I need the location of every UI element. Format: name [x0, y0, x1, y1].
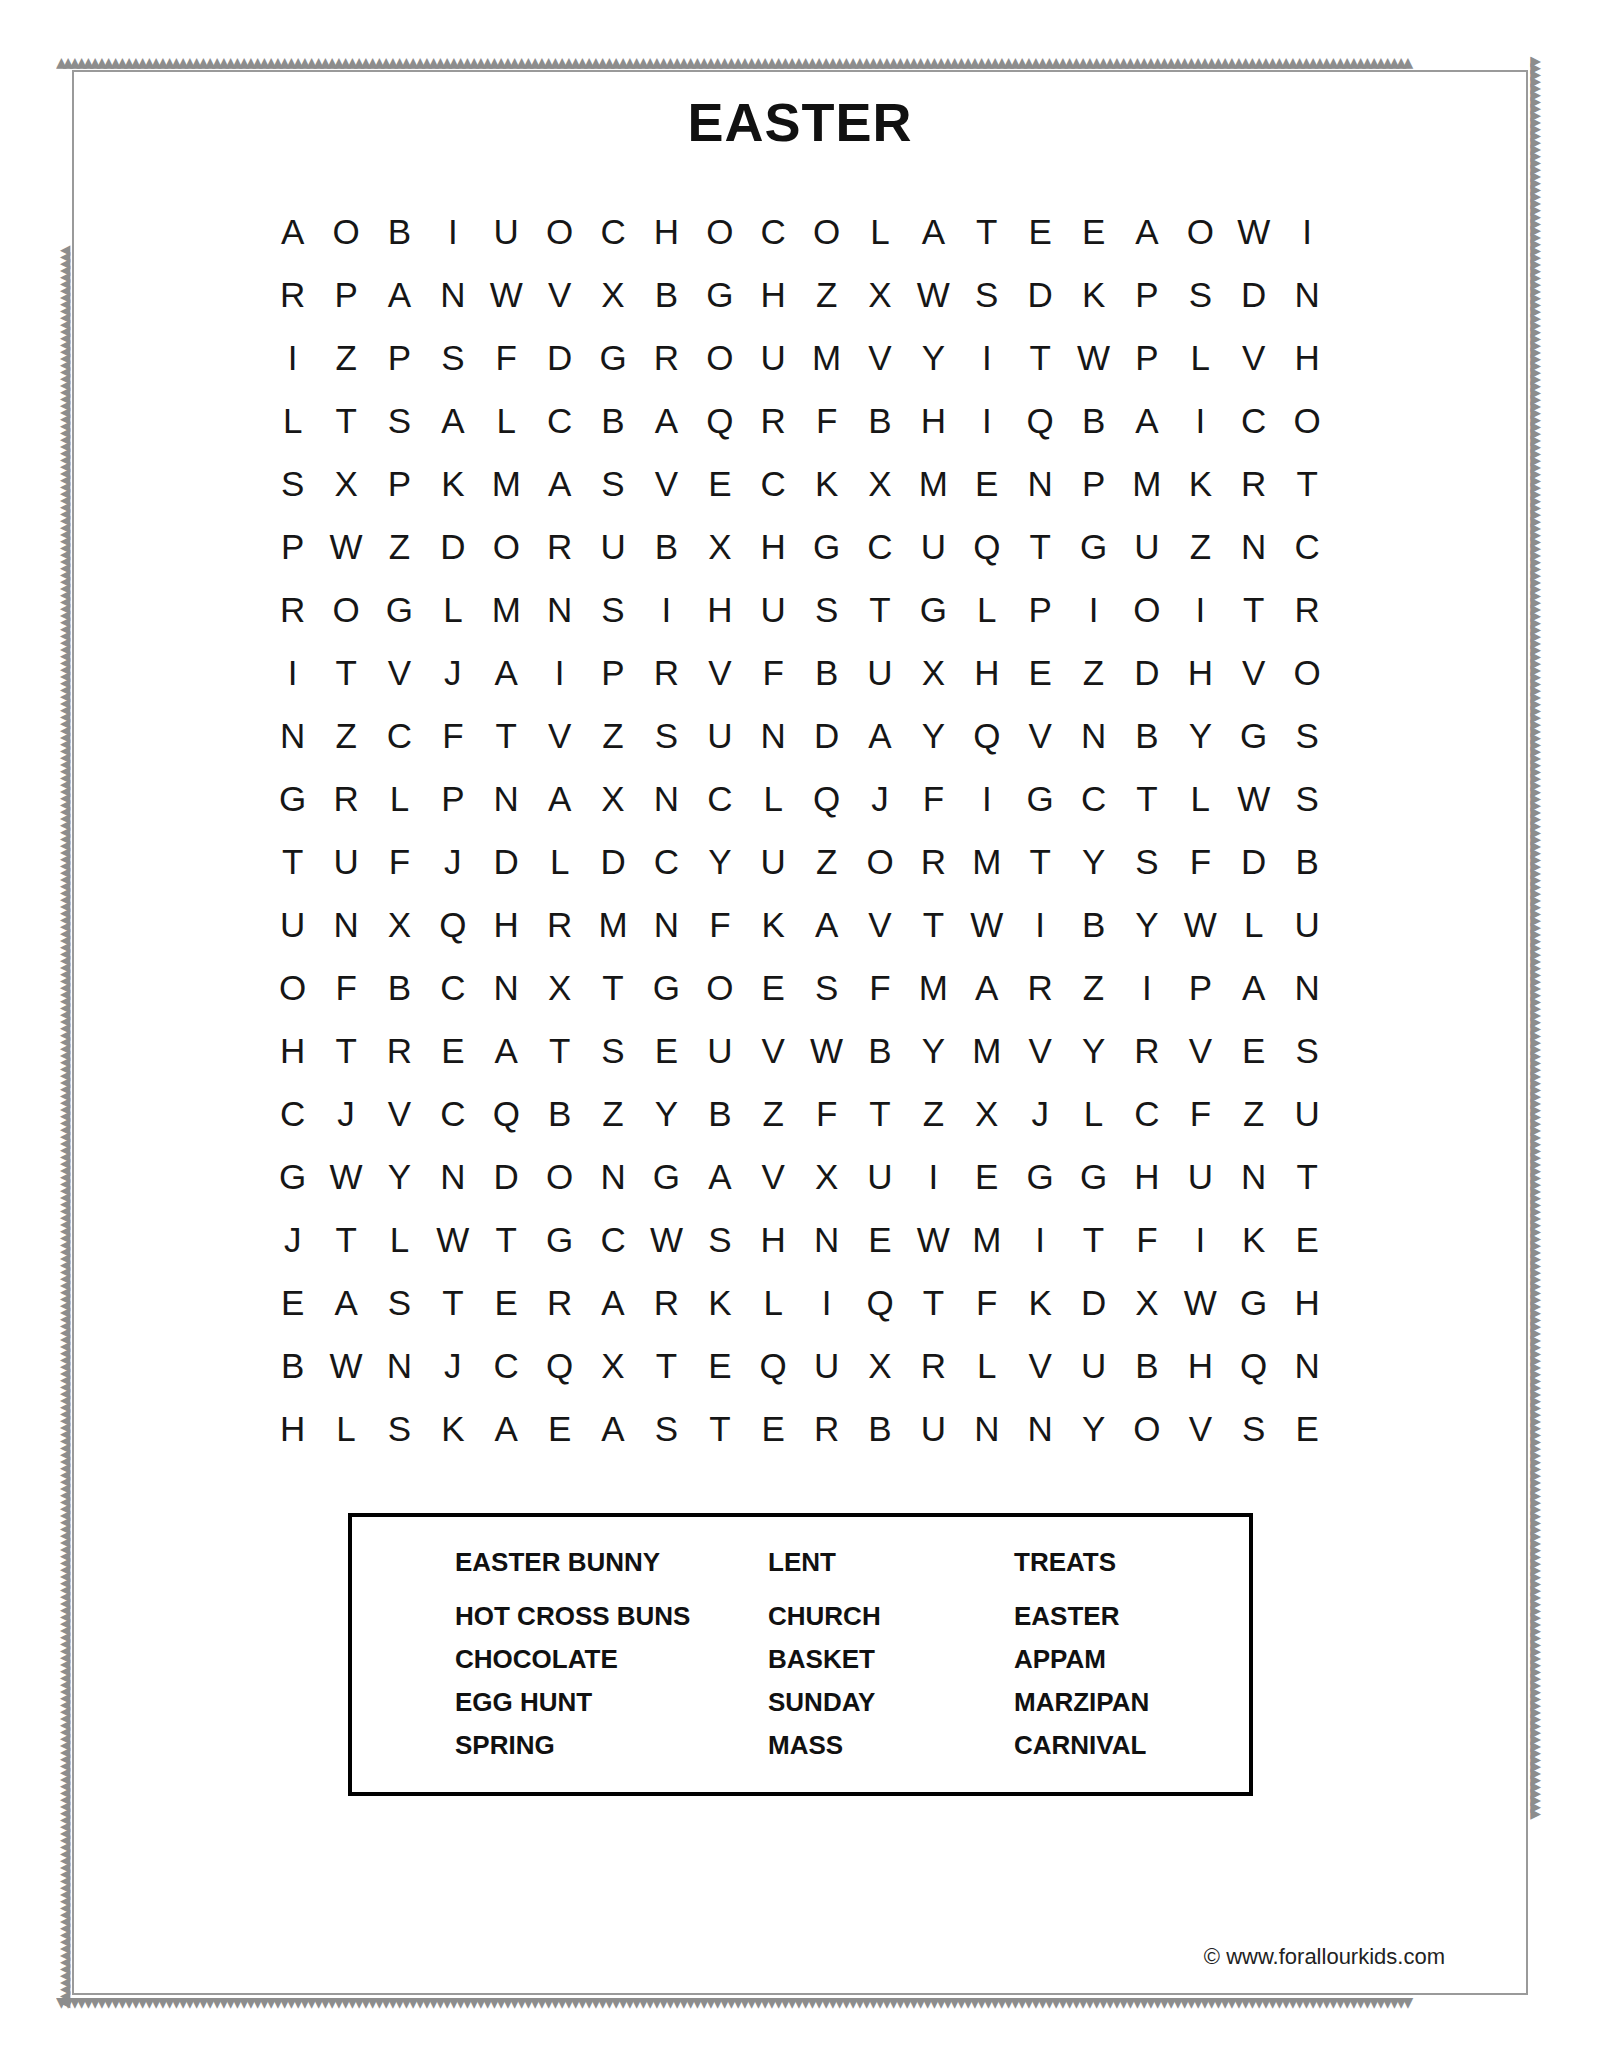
grid-cell: T [586, 956, 639, 1019]
grid-cell: E [1280, 1208, 1333, 1271]
grid-cell: L [747, 1271, 800, 1334]
grid-cell: G [907, 578, 960, 641]
grid-cell: B [853, 1019, 906, 1082]
grid-cell: K [693, 1271, 746, 1334]
grid-cell: Z [907, 1082, 960, 1145]
grid-cell: G [586, 326, 639, 389]
grid-cell: O [480, 515, 533, 578]
grid-cell: F [907, 767, 960, 830]
grid-cell: P [1120, 263, 1173, 326]
grid-cell: H [266, 1397, 319, 1460]
grid-cell: N [319, 893, 372, 956]
grid-cell: R [640, 1271, 693, 1334]
grid-cell: L [1227, 893, 1280, 956]
grid-cell: W [907, 263, 960, 326]
grid-cell: U [266, 893, 319, 956]
grid-cell: O [1280, 389, 1333, 452]
grid-cell: T [640, 1334, 693, 1397]
grid-cell: W [800, 1019, 853, 1082]
grid-cell: Z [373, 515, 426, 578]
grid-cell: C [640, 830, 693, 893]
grid-cell: T [319, 1208, 372, 1271]
grid-cell: P [1174, 956, 1227, 1019]
word-list-column-1: EASTER BUNNYHOT CROSS BUNSCHOCOLATEEGG H… [455, 1541, 690, 1767]
grid-cell: G [1013, 1145, 1066, 1208]
grid-cell: Y [907, 704, 960, 767]
grid-cell: Q [960, 704, 1013, 767]
grid-cell: U [693, 704, 746, 767]
grid-cell: A [480, 641, 533, 704]
grid-cell: J [426, 641, 479, 704]
grid-cell: C [266, 1082, 319, 1145]
grid-cell: U [586, 515, 639, 578]
grid-cell: B [853, 389, 906, 452]
grid-cell: M [907, 452, 960, 515]
grid-cell: C [373, 704, 426, 767]
grid-cell: C [586, 200, 639, 263]
grid-cell: C [693, 767, 746, 830]
grid-cell: Z [319, 326, 372, 389]
grid-cell: U [747, 326, 800, 389]
grid-cell: E [747, 1397, 800, 1460]
grid-cell: T [1280, 452, 1333, 515]
grid-cell: D [586, 830, 639, 893]
word-list-column-2: LENTCHURCHBASKETSUNDAYMASS [768, 1541, 881, 1767]
grid-cell: I [426, 200, 479, 263]
grid-cell: W [1227, 200, 1280, 263]
grid-cell: A [907, 200, 960, 263]
grid-cell: I [1067, 578, 1120, 641]
grid-cell: C [747, 452, 800, 515]
grid-cell: O [533, 1145, 586, 1208]
grid-cell: U [853, 641, 906, 704]
grid-cell: T [319, 641, 372, 704]
grid-cell: T [960, 200, 1013, 263]
grid-cell: A [1227, 956, 1280, 1019]
grid-cell: X [853, 263, 906, 326]
word-item: MARZIPAN [1014, 1681, 1149, 1724]
grid-cell: N [640, 767, 693, 830]
grid-cell: C [1120, 1082, 1173, 1145]
grid-cell: S [800, 956, 853, 1019]
grid-cell: Z [800, 830, 853, 893]
grid-cell: O [533, 200, 586, 263]
grid-cell: X [960, 1082, 1013, 1145]
grid-cell: M [480, 578, 533, 641]
grid-cell: R [640, 326, 693, 389]
grid-cell: Z [586, 1082, 639, 1145]
grid-cell: D [800, 704, 853, 767]
grid-cell: U [800, 1334, 853, 1397]
grid-cell: H [1280, 1271, 1333, 1334]
grid-cell: K [1013, 1271, 1066, 1334]
grid-cell: G [266, 1145, 319, 1208]
grid-cell: B [1280, 830, 1333, 893]
grid-cell: A [586, 1397, 639, 1460]
grid-cell: F [373, 830, 426, 893]
grid-cell: D [480, 830, 533, 893]
grid-cell: D [533, 326, 586, 389]
word-item: BASKET [768, 1638, 881, 1681]
grid-cell: A [640, 389, 693, 452]
grid-cell: S [800, 578, 853, 641]
grid-cell: Y [907, 326, 960, 389]
grid-cell: W [1067, 326, 1120, 389]
grid-cell: V [1013, 1334, 1066, 1397]
grid-cell: N [747, 704, 800, 767]
grid-cell: B [1067, 389, 1120, 452]
grid-cell: Z [1227, 1082, 1280, 1145]
grid-cell: F [1120, 1208, 1173, 1271]
word-item: HOT CROSS BUNS [455, 1595, 690, 1638]
grid-cell: D [1227, 830, 1280, 893]
grid-cell: S [640, 1397, 693, 1460]
grid-cell: L [373, 1208, 426, 1271]
grid-cell: S [586, 452, 639, 515]
grid-cell: U [1174, 1145, 1227, 1208]
grid-cell: L [853, 200, 906, 263]
grid-cell: J [853, 767, 906, 830]
grid-cell: V [853, 893, 906, 956]
worksheet-page: ▲▲▲▲▲▲▲▲▲▲▲▲▲▲▲▲▲▲▲▲▲▲▲▲▲▲▲▲▲▲▲▲▲▲▲▲▲▲▲▲… [0, 0, 1600, 2071]
grid-cell: X [1120, 1271, 1173, 1334]
grid-cell: E [1013, 200, 1066, 263]
grid-cell: L [960, 578, 1013, 641]
grid-cell: I [1174, 578, 1227, 641]
grid-cell: H [1174, 641, 1227, 704]
grid-cell: B [373, 200, 426, 263]
grid-cell: Q [800, 767, 853, 830]
grid-cell: H [693, 578, 746, 641]
word-item: EASTER BUNNY [455, 1541, 690, 1584]
grid-cell: F [319, 956, 372, 1019]
grid-cell: F [1174, 1082, 1227, 1145]
grid-cell: U [907, 1397, 960, 1460]
border-triangles-right-icon: ▲▲▲▲▲▲▲▲▲▲▲▲▲▲▲▲▲▲▲▲▲▲▲▲▲▲▲▲▲▲▲▲▲▲▲▲▲▲▲▲… [1530, 57, 1543, 2009]
grid-cell: A [373, 263, 426, 326]
grid-cell: M [907, 956, 960, 1019]
grid-cell: N [1067, 704, 1120, 767]
footer-credit: © www.forallourkids.com [1204, 1944, 1445, 1970]
grid-cell: S [586, 578, 639, 641]
grid-cell: K [1174, 452, 1227, 515]
grid-cell: W [960, 893, 1013, 956]
grid-cell: X [800, 1145, 853, 1208]
grid-cell: X [907, 641, 960, 704]
grid-cell: F [960, 1271, 1013, 1334]
grid-cell: J [319, 1082, 372, 1145]
grid-cell: Y [640, 1082, 693, 1145]
grid-cell: H [640, 200, 693, 263]
grid-cell: N [533, 578, 586, 641]
grid-cell: W [426, 1208, 479, 1271]
word-item: TREATS [1014, 1541, 1149, 1584]
grid-cell: N [1280, 956, 1333, 1019]
grid-cell: B [266, 1334, 319, 1397]
grid-cell: R [800, 1397, 853, 1460]
word-item: MASS [768, 1724, 881, 1767]
grid-cell: G [533, 1208, 586, 1271]
grid-cell: Q [426, 893, 479, 956]
grid-cell: H [266, 1019, 319, 1082]
grid-cell: E [747, 956, 800, 1019]
grid-cell: B [373, 956, 426, 1019]
border-triangles-top-icon: ▲▲▲▲▲▲▲▲▲▲▲▲▲▲▲▲▲▲▲▲▲▲▲▲▲▲▲▲▲▲▲▲▲▲▲▲▲▲▲▲… [56, 56, 1544, 69]
grid-cell: C [1227, 389, 1280, 452]
grid-cell: H [907, 389, 960, 452]
grid-cell: R [533, 515, 586, 578]
grid-cell: T [1013, 326, 1066, 389]
grid-cell: P [373, 452, 426, 515]
border-triangles-bottom-icon: ▼▼▼▼▼▼▼▼▼▼▼▼▼▼▼▼▼▼▼▼▼▼▼▼▼▼▼▼▼▼▼▼▼▼▼▼▼▼▼▼… [56, 1996, 1544, 2009]
grid-cell: T [693, 1397, 746, 1460]
grid-cell: C [426, 1082, 479, 1145]
grid-cell: Q [480, 1082, 533, 1145]
grid-cell: O [800, 200, 853, 263]
grid-cell: Z [1067, 641, 1120, 704]
word-item: LENT [768, 1541, 881, 1584]
grid-cell: P [319, 263, 372, 326]
grid-cell: M [480, 452, 533, 515]
grid-cell: D [426, 515, 479, 578]
grid-cell: R [1013, 956, 1066, 1019]
grid-cell: R [373, 1019, 426, 1082]
grid-cell: R [907, 1334, 960, 1397]
grid-cell: X [373, 893, 426, 956]
grid-cell: W [907, 1208, 960, 1271]
grid-cell: N [1013, 452, 1066, 515]
grid-cell: B [693, 1082, 746, 1145]
grid-cell: G [693, 263, 746, 326]
grid-cell: K [800, 452, 853, 515]
grid-cell: V [1013, 704, 1066, 767]
grid-cell: Y [1120, 893, 1173, 956]
grid-cell: X [586, 1334, 639, 1397]
grid-cell: N [1280, 263, 1333, 326]
word-item: CARNIVAL [1014, 1724, 1149, 1767]
grid-cell: V [640, 452, 693, 515]
grid-cell: T [319, 389, 372, 452]
grid-cell: X [853, 1334, 906, 1397]
grid-cell: N [1013, 1397, 1066, 1460]
grid-cell: W [480, 263, 533, 326]
grid-cell: I [1174, 1208, 1227, 1271]
grid-cell: W [319, 1145, 372, 1208]
grid-cell: T [1013, 830, 1066, 893]
grid-cell: X [853, 452, 906, 515]
grid-cell: T [533, 1019, 586, 1082]
grid-cell: V [1174, 1019, 1227, 1082]
grid-cell: B [800, 641, 853, 704]
grid-cell: G [266, 767, 319, 830]
grid-cell: S [1120, 830, 1173, 893]
grid-cell: V [1227, 641, 1280, 704]
grid-cell: B [853, 1397, 906, 1460]
grid-cell: O [1280, 641, 1333, 704]
grid-cell: U [747, 830, 800, 893]
grid-cell: G [640, 956, 693, 1019]
grid-cell: Q [693, 389, 746, 452]
grid-cell: A [480, 1019, 533, 1082]
grid-cell: O [693, 326, 746, 389]
grid-cell: Y [693, 830, 746, 893]
grid-cell: U [693, 1019, 746, 1082]
grid-cell: U [480, 200, 533, 263]
grid-cell: U [1280, 893, 1333, 956]
grid-cell: E [693, 1334, 746, 1397]
grid-cell: E [1227, 1019, 1280, 1082]
grid-cell: W [640, 1208, 693, 1271]
grid-cell: G [1227, 1271, 1280, 1334]
grid-cell: H [1174, 1334, 1227, 1397]
grid-cell: Y [907, 1019, 960, 1082]
grid-cell: S [1280, 704, 1333, 767]
grid-cell: T [907, 1271, 960, 1334]
grid-cell: N [266, 704, 319, 767]
grid-cell: O [1174, 200, 1227, 263]
grid-cell: M [586, 893, 639, 956]
grid-cell: S [1280, 767, 1333, 830]
grid-cell: K [1227, 1208, 1280, 1271]
grid-cell: I [640, 578, 693, 641]
grid-cell: T [1013, 515, 1066, 578]
grid-cell: I [1280, 200, 1333, 263]
grid-cell: X [533, 956, 586, 1019]
grid-cell: L [266, 389, 319, 452]
grid-cell: V [1174, 1397, 1227, 1460]
grid-cell: X [319, 452, 372, 515]
word-item: EASTER [1014, 1595, 1149, 1638]
grid-cell: N [1280, 1334, 1333, 1397]
grid-cell: F [426, 704, 479, 767]
grid-cell: Z [800, 263, 853, 326]
grid-cell: A [800, 893, 853, 956]
grid-cell: M [960, 1208, 1013, 1271]
grid-cell: N [1227, 515, 1280, 578]
grid-cell: R [747, 389, 800, 452]
grid-cell: K [747, 893, 800, 956]
grid-cell: T [426, 1271, 479, 1334]
grid-cell: Y [1067, 830, 1120, 893]
grid-cell: B [1067, 893, 1120, 956]
grid-cell: C [586, 1208, 639, 1271]
grid-cell: W [319, 1334, 372, 1397]
word-item: CHURCH [768, 1595, 881, 1638]
grid-cell: R [1227, 452, 1280, 515]
word-item: SUNDAY [768, 1681, 881, 1724]
grid-cell: O [693, 956, 746, 1019]
grid-cell: R [266, 578, 319, 641]
grid-cell: C [747, 200, 800, 263]
grid-cell: U [1067, 1334, 1120, 1397]
page-title: EASTER [0, 92, 1600, 152]
grid-cell: L [480, 389, 533, 452]
grid-cell: J [266, 1208, 319, 1271]
grid-cell: M [960, 1019, 1013, 1082]
grid-cell: S [640, 704, 693, 767]
grid-cell: Z [586, 704, 639, 767]
grid-cell: H [747, 263, 800, 326]
grid-cell: V [1013, 1019, 1066, 1082]
grid-cell: F [800, 389, 853, 452]
grid-cell: L [373, 767, 426, 830]
grid-cell: D [1067, 1271, 1120, 1334]
grid-cell: V [533, 263, 586, 326]
grid-cell: S [373, 389, 426, 452]
grid-cell: R [640, 641, 693, 704]
grid-cell: F [1174, 830, 1227, 893]
grid-cell: U [1280, 1082, 1333, 1145]
grid-cell: R [266, 263, 319, 326]
grid-cell: Z [747, 1082, 800, 1145]
grid-cell: M [960, 830, 1013, 893]
grid-cell: N [800, 1208, 853, 1271]
grid-cell: P [1067, 452, 1120, 515]
grid-cell: S [1280, 1019, 1333, 1082]
grid-cell: U [747, 578, 800, 641]
grid-cell: V [747, 1145, 800, 1208]
grid-cell: A [533, 767, 586, 830]
word-item: CHOCOLATE [455, 1638, 690, 1681]
grid-cell: S [373, 1397, 426, 1460]
grid-cell: B [533, 1082, 586, 1145]
grid-cell: E [693, 452, 746, 515]
grid-cell: T [907, 893, 960, 956]
grid-cell: A [319, 1271, 372, 1334]
grid-cell: K [1067, 263, 1120, 326]
grid-cell: W [1174, 1271, 1227, 1334]
grid-cell: G [640, 1145, 693, 1208]
grid-cell: H [747, 1208, 800, 1271]
grid-cell: P [266, 515, 319, 578]
grid-cell: R [907, 830, 960, 893]
grid-cell: W [1174, 893, 1227, 956]
grid-cell: D [1227, 263, 1280, 326]
grid-cell: S [586, 1019, 639, 1082]
grid-cell: T [480, 1208, 533, 1271]
grid-cell: T [266, 830, 319, 893]
grid-cell: I [960, 767, 1013, 830]
grid-cell: T [480, 704, 533, 767]
grid-cell: B [1120, 1334, 1173, 1397]
grid-cell: V [533, 704, 586, 767]
grid-cell: V [853, 326, 906, 389]
grid-cell: Z [319, 704, 372, 767]
grid-cell: R [319, 767, 372, 830]
grid-cell: A [586, 1271, 639, 1334]
grid-cell: I [907, 1145, 960, 1208]
grid-cell: T [853, 578, 906, 641]
grid-cell: O [853, 830, 906, 893]
grid-cell: C [1067, 767, 1120, 830]
grid-cell: I [800, 1271, 853, 1334]
grid-cell: D [480, 1145, 533, 1208]
grid-cell: F [747, 641, 800, 704]
grid-cell: O [1120, 578, 1173, 641]
grid-cell: S [693, 1208, 746, 1271]
grid-cell: J [426, 830, 479, 893]
grid-cell: Z [1174, 515, 1227, 578]
grid-cell: N [426, 263, 479, 326]
grid-cell: I [266, 326, 319, 389]
grid-cell: L [426, 578, 479, 641]
grid-cell: N [426, 1145, 479, 1208]
grid-cell: H [1120, 1145, 1173, 1208]
grid-cell: C [853, 515, 906, 578]
grid-cell: I [1174, 389, 1227, 452]
grid-cell: G [373, 578, 426, 641]
grid-cell: D [1120, 641, 1173, 704]
